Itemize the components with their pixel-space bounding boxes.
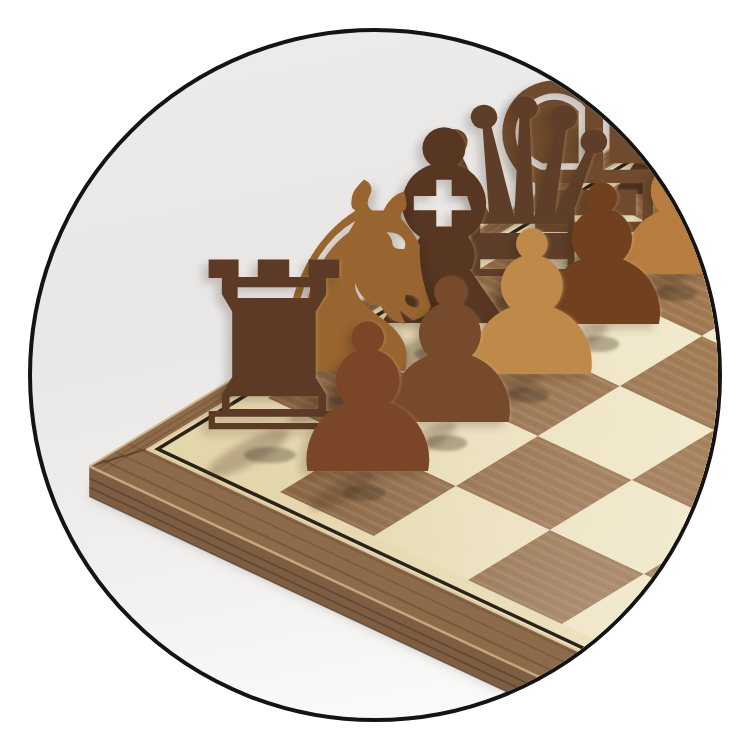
- square-a3[interactable]: [656, 618, 722, 712]
- circular-photo-frame: ♝♚♟♛♟♝♟♞♟♜♟: [28, 28, 722, 722]
- piece-pawn-a7[interactable]: ♟: [276, 298, 460, 503]
- square-g8[interactable]: [678, 98, 722, 192]
- product-photo-stage: ♝♚♟♛♟♝♟♞♟♜♟: [0, 0, 750, 750]
- photo-scene: ♝♚♟♛♟♝♟♞♟♜♟: [28, 28, 722, 722]
